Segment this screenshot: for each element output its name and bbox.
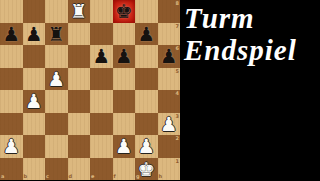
coordinate-rank-7: 7 <box>176 24 179 29</box>
square-d3[interactable] <box>68 113 91 136</box>
square-e5[interactable] <box>90 68 113 91</box>
title-line-2: Endspiel <box>184 34 320 66</box>
square-b1[interactable]: b <box>23 158 46 181</box>
square-f7[interactable] <box>113 23 136 46</box>
thumbnail: ♜♚8♟♟♜♟7♟♟6♟♟5♟43♟♟♟♟2abcdefg♚1h Turm En… <box>0 0 320 180</box>
coordinate-rank-2: 2 <box>176 136 179 141</box>
coordinate-file-e: e <box>91 174 94 179</box>
piece-black-pawn-e6[interactable]: ♟ <box>90 45 113 68</box>
piece-black-pawn-a7[interactable]: ♟ <box>0 23 23 46</box>
chess-board: ♜♚8♟♟♜♟7♟♟6♟♟5♟43♟♟♟♟2abcdefg♚1h <box>0 0 180 180</box>
square-f8[interactable]: ♚ <box>113 0 136 23</box>
square-f5[interactable] <box>113 68 136 91</box>
piece-black-rook-c7[interactable]: ♜ <box>45 23 68 46</box>
square-e4[interactable] <box>90 90 113 113</box>
square-g8[interactable] <box>135 0 158 23</box>
square-h2[interactable]: 2 <box>158 135 181 158</box>
square-c2[interactable] <box>45 135 68 158</box>
square-e1[interactable]: e <box>90 158 113 181</box>
coordinate-file-f: f <box>114 174 116 179</box>
square-g4[interactable] <box>135 90 158 113</box>
piece-black-pawn-b7[interactable]: ♟ <box>23 23 46 46</box>
square-c6[interactable] <box>45 45 68 68</box>
piece-white-pawn-c5[interactable]: ♟ <box>45 68 68 91</box>
square-b3[interactable] <box>23 113 46 136</box>
square-e3[interactable] <box>90 113 113 136</box>
square-h5[interactable]: 5 <box>158 68 181 91</box>
square-d1[interactable]: d <box>68 158 91 181</box>
square-c3[interactable] <box>45 113 68 136</box>
square-d2[interactable] <box>68 135 91 158</box>
square-a6[interactable] <box>0 45 23 68</box>
piece-white-pawn-h3[interactable]: ♟ <box>158 113 181 136</box>
piece-white-pawn-a2[interactable]: ♟ <box>0 135 23 158</box>
square-b7[interactable]: ♟ <box>23 23 46 46</box>
square-c8[interactable] <box>45 0 68 23</box>
square-h1[interactable]: 1h <box>158 158 181 181</box>
square-b5[interactable] <box>23 68 46 91</box>
piece-black-pawn-f6[interactable]: ♟ <box>113 45 136 68</box>
coordinate-rank-5: 5 <box>176 69 179 74</box>
coordinate-file-a: a <box>1 174 4 179</box>
title-line-1: Turm <box>184 2 320 34</box>
square-b4[interactable]: ♟ <box>23 90 46 113</box>
square-h7[interactable]: 7 <box>158 23 181 46</box>
piece-white-pawn-f2[interactable]: ♟ <box>113 135 136 158</box>
square-b2[interactable] <box>23 135 46 158</box>
coordinate-file-d: d <box>69 174 73 179</box>
square-g2[interactable]: ♟ <box>135 135 158 158</box>
square-a3[interactable] <box>0 113 23 136</box>
square-f2[interactable]: ♟ <box>113 135 136 158</box>
square-f1[interactable]: f <box>113 158 136 181</box>
piece-white-pawn-b4[interactable]: ♟ <box>23 90 46 113</box>
square-d5[interactable] <box>68 68 91 91</box>
square-c5[interactable]: ♟ <box>45 68 68 91</box>
piece-white-rook-d8[interactable]: ♜ <box>68 0 91 23</box>
coordinate-file-b: b <box>24 174 28 179</box>
square-a5[interactable] <box>0 68 23 91</box>
coordinate-rank-8: 8 <box>176 1 179 6</box>
title-panel: Turm Endspiel <box>180 0 320 180</box>
square-f6[interactable]: ♟ <box>113 45 136 68</box>
piece-black-pawn-h6[interactable]: ♟ <box>158 45 181 68</box>
coordinate-file-c: c <box>46 174 49 179</box>
square-h6[interactable]: 6♟ <box>158 45 181 68</box>
square-b6[interactable] <box>23 45 46 68</box>
square-b8[interactable] <box>23 0 46 23</box>
square-g1[interactable]: g♚ <box>135 158 158 181</box>
square-d7[interactable] <box>68 23 91 46</box>
piece-white-pawn-g2[interactable]: ♟ <box>135 135 158 158</box>
square-a4[interactable] <box>0 90 23 113</box>
square-a1[interactable]: a <box>0 158 23 181</box>
square-c4[interactable] <box>45 90 68 113</box>
square-d8[interactable]: ♜ <box>68 0 91 23</box>
square-a8[interactable] <box>0 0 23 23</box>
square-f4[interactable] <box>113 90 136 113</box>
square-a2[interactable]: ♟ <box>0 135 23 158</box>
square-e7[interactable] <box>90 23 113 46</box>
square-e2[interactable] <box>90 135 113 158</box>
coordinate-rank-4: 4 <box>176 91 179 96</box>
square-a7[interactable]: ♟ <box>0 23 23 46</box>
square-f3[interactable] <box>113 113 136 136</box>
square-g7[interactable]: ♟ <box>135 23 158 46</box>
square-h4[interactable]: 4 <box>158 90 181 113</box>
piece-black-pawn-g7[interactable]: ♟ <box>135 23 158 46</box>
piece-black-king-f8[interactable]: ♚ <box>113 0 136 23</box>
square-g6[interactable] <box>135 45 158 68</box>
square-h3[interactable]: 3♟ <box>158 113 181 136</box>
square-g3[interactable] <box>135 113 158 136</box>
square-h8[interactable]: 8 <box>158 0 181 23</box>
square-c7[interactable]: ♜ <box>45 23 68 46</box>
piece-white-king-g1[interactable]: ♚ <box>135 158 158 181</box>
square-d4[interactable] <box>68 90 91 113</box>
square-e8[interactable] <box>90 0 113 23</box>
square-g5[interactable] <box>135 68 158 91</box>
square-d6[interactable] <box>68 45 91 68</box>
square-c1[interactable]: c <box>45 158 68 181</box>
square-e6[interactable]: ♟ <box>90 45 113 68</box>
coordinate-rank-1: 1 <box>176 159 179 164</box>
coordinate-file-h: h <box>159 174 163 179</box>
